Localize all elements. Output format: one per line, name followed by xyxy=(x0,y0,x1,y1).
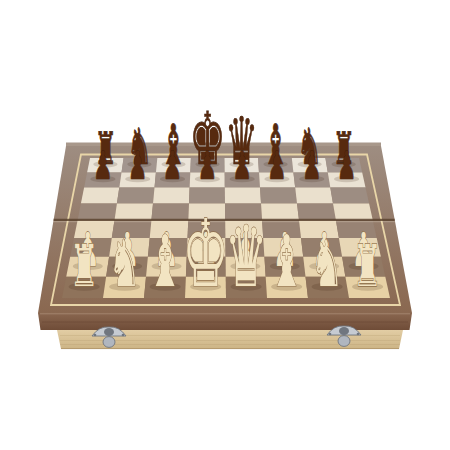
piece-black-pawn: ♟ xyxy=(302,142,322,189)
piece-white-king: ♚ xyxy=(182,200,229,309)
square-g6 xyxy=(295,188,333,204)
square-h6 xyxy=(330,188,369,204)
board-front-face xyxy=(38,313,412,330)
piece-black-pawn: ♟ xyxy=(197,142,217,189)
square-b5 xyxy=(115,203,154,220)
piece-black-pawn: ♟ xyxy=(267,142,287,189)
piece-black-pawn: ♟ xyxy=(163,142,183,189)
piece-black-pawn: ♟ xyxy=(232,142,252,189)
piece-white-bishop: ♝ xyxy=(147,221,183,304)
piece-white-rook: ♜ xyxy=(353,233,382,300)
product-photo: ♜♞♝♚♛♝♞♜♟♟♟♟♟♟♟♟♟♟♟♟♟♟♟♟♜♞♝♚♛♝♞♜ xyxy=(0,0,450,450)
square-g5 xyxy=(297,203,336,220)
square-a6 xyxy=(81,188,119,204)
square-b6 xyxy=(117,188,155,204)
piece-white-rook: ♜ xyxy=(70,233,99,300)
chess-board-photo: ♜♞♝♚♛♝♞♜♟♟♟♟♟♟♟♟♟♟♟♟♟♟♟♟♜♞♝♚♛♝♞♜ xyxy=(0,0,450,450)
square-e6 xyxy=(225,188,261,204)
piece-black-pawn: ♟ xyxy=(128,142,148,189)
square-f6 xyxy=(260,188,297,204)
piece-black-pawn: ♟ xyxy=(93,142,113,189)
square-a5 xyxy=(78,203,117,220)
piece-white-queen: ♛ xyxy=(225,207,267,306)
piece-white-knight: ♞ xyxy=(109,227,141,301)
piece-white-knight: ♞ xyxy=(311,227,343,301)
square-h5 xyxy=(333,203,373,220)
piece-white-bishop: ♝ xyxy=(269,221,305,304)
piece-black-pawn: ♟ xyxy=(337,142,357,189)
